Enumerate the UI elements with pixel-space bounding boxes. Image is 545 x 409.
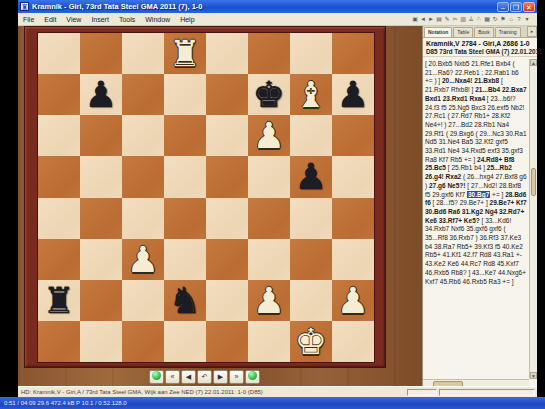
square-b5[interactable] (80, 156, 122, 197)
tab-notation[interactable]: Notation (424, 27, 452, 37)
game-navigation-bar: «◀↶▶» (149, 370, 261, 384)
square-f8[interactable] (248, 33, 290, 74)
white-pawn[interactable]: ♟ (122, 239, 164, 280)
tab-training[interactable]: Training (495, 27, 521, 37)
square-e7[interactable] (206, 74, 248, 115)
pawn-icon[interactable]: ♙ (467, 15, 475, 24)
square-h6[interactable] (332, 115, 374, 156)
square-e5[interactable] (206, 156, 248, 197)
tab-table[interactable]: Table (453, 27, 473, 37)
square-d3[interactable] (164, 239, 206, 280)
square-c4[interactable] (122, 198, 164, 239)
square-c8[interactable] (122, 33, 164, 74)
flag-icon[interactable]: ⚑ (499, 15, 507, 24)
black-pawn[interactable]: ♟ (332, 74, 374, 115)
square-h4[interactable] (332, 198, 374, 239)
square-g8[interactable] (290, 33, 332, 74)
status-panel-small (407, 389, 437, 396)
mainline-move[interactable]: 20...Nxa4! 21.Bxb8 (442, 77, 499, 84)
engine-stop-button[interactable] (245, 370, 260, 384)
chess-app-window: ♜ Kramnik - Giri, 73rd Tata Steel GMA 20… (18, 0, 537, 397)
notation-panel: NotationTableBookTraining▸ Kramnik,V 278… (422, 26, 537, 387)
square-d4[interactable] (164, 198, 206, 239)
square-f4[interactable] (248, 198, 290, 239)
status-text: HD: Kramnik,V - Giri,A / 73rd Tata Steel… (18, 389, 407, 395)
database-icon[interactable]: ▦ (483, 15, 491, 24)
scroll-down-icon[interactable]: ▼ (530, 372, 537, 379)
menu-edit[interactable]: Edit (39, 16, 61, 23)
title-bar[interactable]: ♜ Kramnik - Giri, 73rd Tata Steel GMA 20… (18, 0, 537, 13)
square-h1[interactable] (332, 321, 374, 362)
event-line: D85 73rd Tata Steel GMA (7) 22.01.2011 (426, 48, 534, 55)
menu-view[interactable]: View (61, 16, 86, 23)
taskbar: 0:51 / 04:09 29.6 472.4 kB P 10.1 / 0.52… (0, 397, 545, 409)
square-d6[interactable] (164, 115, 206, 156)
home-icon[interactable]: ⌂ (507, 15, 515, 24)
square-h3[interactable] (332, 239, 374, 280)
app-icon: ♜ (20, 2, 29, 11)
square-a2[interactable]: ♜ (38, 280, 80, 321)
square-a8[interactable] (38, 33, 80, 74)
engine-start-button[interactable] (149, 370, 164, 384)
square-f5[interactable] (248, 156, 290, 197)
menu-help[interactable]: Help (175, 16, 199, 23)
cut-icon[interactable]: ✂ (451, 15, 459, 24)
square-b6[interactable] (80, 115, 122, 156)
video-frame: ♜ Kramnik - Giri, 73rd Tata Steel GMA 20… (0, 0, 545, 409)
edit-icon[interactable]: ✎ (443, 15, 451, 24)
square-a7[interactable] (38, 74, 80, 115)
status-panel-large (439, 389, 535, 396)
square-d7[interactable] (164, 74, 206, 115)
white-rook[interactable]: ♜ (164, 33, 206, 74)
variation-move[interactable]: [ 25.Rb1 b4 ] (448, 164, 485, 171)
square-h8[interactable] (332, 33, 374, 74)
taskbar-text: 0:51 / 04:09 29.6 472.4 kB P 10.1 / 0.52… (0, 400, 127, 406)
square-b8[interactable] (80, 33, 122, 74)
square-a6[interactable] (38, 115, 80, 156)
status-bar: HD: Kramnik,V - Giri,A / 73rd Tata Steel… (18, 386, 537, 397)
copy-icon[interactable]: ▥ (459, 15, 467, 24)
players-line: Kramnik,V 2784 - Giri,A 2686 1-0 (426, 40, 534, 47)
flip-board-icon[interactable]: ↻ (491, 15, 499, 24)
variation-move[interactable]: [ 20.Bxb5 Nxb5 21.Rfe1 Bxb4 (425, 60, 511, 67)
scroll-up-icon[interactable]: ▲ (530, 59, 537, 66)
square-c6[interactable] (122, 115, 164, 156)
square-d8[interactable]: ♜ (164, 33, 206, 74)
black-pawn[interactable]: ♟ (290, 156, 332, 197)
white-pawn[interactable]: ♟ (332, 280, 374, 321)
square-e4[interactable] (206, 198, 248, 239)
vertical-scrollbar[interactable]: ▲ ▼ (529, 59, 537, 379)
notation-text[interactable]: [ 20.Bxb5 Nxb5 21.Rfe1 Bxb4 ( 21...Ra6? … (423, 59, 529, 379)
scrollbar-thumb[interactable] (531, 168, 536, 196)
new-board-icon[interactable]: ▣ (411, 15, 419, 24)
panel-tabs: NotationTableBookTraining▸ (423, 26, 537, 38)
square-b3[interactable] (80, 239, 122, 280)
square-e2[interactable] (206, 280, 248, 321)
window-title: Kramnik - Giri, 73rd Tata Steel GMA 2011… (32, 2, 496, 11)
more-icon[interactable]: ▾ (523, 15, 531, 24)
square-b2[interactable] (80, 280, 122, 321)
current-move[interactable]: 30.Bg7 (467, 191, 490, 198)
variation-move[interactable]: [ 28...f5? 29.Be7+ ] (433, 199, 488, 206)
square-c7[interactable] (122, 74, 164, 115)
square-c3[interactable]: ♟ (122, 239, 164, 280)
square-e8[interactable] (206, 33, 248, 74)
tab-scroll-arrow-icon[interactable]: ▸ (527, 26, 537, 37)
square-g2[interactable] (290, 280, 332, 321)
tab-book[interactable]: Book (474, 27, 493, 37)
square-f2[interactable]: ♟ (248, 280, 290, 321)
square-g1[interactable]: ♚ (290, 321, 332, 362)
last-move-button[interactable]: » (229, 370, 244, 384)
maximize-button[interactable]: ❐ (510, 2, 522, 12)
square-d1[interactable] (164, 321, 206, 362)
forward-button[interactable]: ▶ (213, 370, 228, 384)
toolbar: ▣◄►▤✎✂▥♙♘▦↻⚑⌂?▾ (411, 15, 537, 24)
square-f6[interactable]: ♟ (248, 115, 290, 156)
square-d5[interactable] (164, 156, 206, 197)
square-h5[interactable] (332, 156, 374, 197)
back-arrow-icon[interactable]: ◄ (419, 15, 427, 24)
help-icon[interactable]: ? (515, 15, 523, 24)
square-b1[interactable] (80, 321, 122, 362)
square-e3[interactable] (206, 239, 248, 280)
chess-board[interactable]: ♜♟♚♝♟♟♟♟♜♞♟♟♚ (37, 32, 375, 363)
close-button[interactable]: ✕ (523, 2, 535, 12)
square-a3[interactable] (38, 239, 80, 280)
menu-window[interactable]: Window (140, 16, 175, 23)
white-king[interactable]: ♚ (290, 321, 332, 362)
black-pawn[interactable]: ♟ (80, 74, 122, 115)
mainline-move[interactable]: 23.Rxd1 Rxa4 (443, 95, 485, 102)
square-h2[interactable]: ♟ (332, 280, 374, 321)
main-area: ♜♟♚♝♟♟♟♟♜♞♟♟♚ «◀↶▶» NotationTableBookTra… (18, 26, 537, 387)
square-a1[interactable] (38, 321, 80, 362)
square-a4[interactable] (38, 198, 80, 239)
square-c5[interactable] (122, 156, 164, 197)
square-g7[interactable]: ♝ (290, 74, 332, 115)
square-a5[interactable] (38, 156, 80, 197)
square-g4[interactable] (290, 198, 332, 239)
square-f1[interactable] (248, 321, 290, 362)
menu-tools[interactable]: Tools (114, 16, 140, 23)
white-bishop[interactable]: ♝ (290, 74, 332, 115)
board-frame: ♜♟♚♝♟♟♟♟♜♞♟♟♚ (24, 26, 386, 368)
white-pawn[interactable]: ♟ (248, 280, 290, 321)
square-g6[interactable] (290, 115, 332, 156)
square-c1[interactable] (122, 321, 164, 362)
square-b4[interactable] (80, 198, 122, 239)
back-button[interactable]: ◀ (181, 370, 196, 384)
minimize-button[interactable]: – (497, 2, 509, 12)
black-knight[interactable]: ♞ (164, 280, 206, 321)
square-g5[interactable]: ♟ (290, 156, 332, 197)
menu-bar: FileEditViewInsertToolsWindowHelp▣◄►▤✎✂▥… (18, 13, 537, 26)
square-c2[interactable] (122, 280, 164, 321)
square-g3[interactable] (290, 239, 332, 280)
variation-move[interactable]: Kf7 Rb5 += ] (439, 156, 476, 163)
first-move-button[interactable]: « (165, 370, 180, 384)
variation-move[interactable]: 45.Rb6 46.Rxb5 Ra3 += ] (440, 278, 514, 285)
knight-icon[interactable]: ♘ (475, 15, 483, 24)
black-king[interactable]: ♚ (248, 74, 290, 115)
menu-file[interactable]: File (18, 16, 39, 23)
square-f7[interactable]: ♚ (248, 74, 290, 115)
black-rook[interactable]: ♜ (38, 280, 80, 321)
takeback-button[interactable]: ↶ (197, 370, 212, 384)
square-d2[interactable]: ♞ (164, 280, 206, 321)
square-e1[interactable] (206, 321, 248, 362)
square-f3[interactable] (248, 239, 290, 280)
variation-move[interactable]: += ] (492, 191, 503, 198)
forward-arrow-icon[interactable]: ► (427, 15, 435, 24)
game-header: Kramnik,V 2784 - Giri,A 2686 1-0 D85 73r… (423, 38, 537, 57)
save-icon[interactable]: ▤ (435, 15, 443, 24)
square-b7[interactable]: ♟ (80, 74, 122, 115)
variation-move[interactable]: Kf7 (455, 191, 465, 198)
menu-insert[interactable]: Insert (86, 16, 114, 23)
mainline-move[interactable]: 33.Rf7+ Ke5? (439, 217, 480, 224)
square-h7[interactable]: ♟ (332, 74, 374, 115)
square-e6[interactable] (206, 115, 248, 156)
mainline-move[interactable]: 27.g6 Ne5?! (429, 182, 466, 189)
white-pawn[interactable]: ♟ (248, 115, 290, 156)
